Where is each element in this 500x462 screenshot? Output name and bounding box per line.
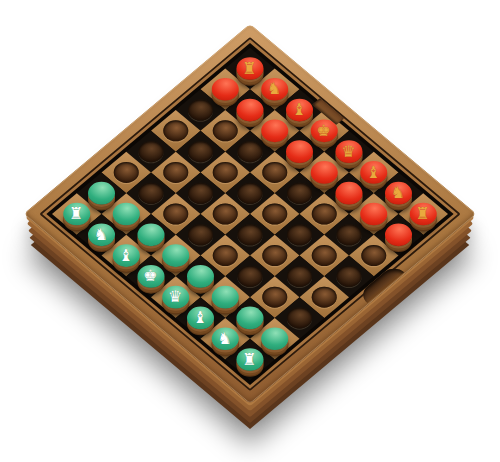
- bishop-icon: ♝: [292, 102, 306, 118]
- chess-board-box: ♜♞♝♚♛♝♞♜♜♞♝♚♛♝♞♜: [24, 24, 477, 404]
- board-inlay: ♜♞♝♚♛♝♞♜♜♞♝♚♛♝♞♜: [46, 43, 453, 385]
- queen-icon: ♛: [169, 289, 183, 305]
- board-frame: ♜♞♝♚♛♝♞♜♜♞♝♚♛♝♞♜: [24, 24, 477, 404]
- king-icon: ♚: [144, 268, 158, 284]
- knight-icon: ♞: [94, 227, 108, 243]
- frame-groove: ♜♞♝♚♛♝♞♜♜♞♝♚♛♝♞♜: [39, 37, 460, 391]
- king-icon: ♚: [317, 123, 331, 139]
- rook-icon: ♜: [416, 206, 430, 222]
- rook-icon: ♜: [243, 60, 257, 76]
- knight-icon: ♞: [391, 185, 405, 201]
- queen-icon: ♛: [342, 144, 356, 160]
- product-photo-scene: ♜♞♝♚♛♝♞♜♜♞♝♚♛♝♞♜: [0, 0, 500, 462]
- knight-icon: ♞: [268, 81, 282, 97]
- bishop-icon: ♝: [119, 248, 133, 264]
- bishop-icon: ♝: [193, 310, 207, 326]
- knight-icon: ♞: [218, 331, 232, 347]
- rook-icon: ♜: [70, 206, 84, 222]
- board-grid: ♜♞♝♚♛♝♞♜♜♞♝♚♛♝♞♜: [52, 48, 448, 381]
- bishop-icon: ♝: [367, 164, 381, 180]
- rook-icon: ♜: [243, 352, 257, 368]
